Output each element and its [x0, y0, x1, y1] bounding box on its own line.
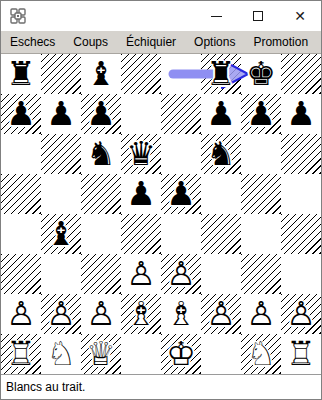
square-f2[interactable]: ♟♙ [201, 294, 241, 334]
square-d7[interactable] [121, 94, 161, 134]
square-e1[interactable]: ♚♔ [161, 334, 201, 374]
square-g2[interactable]: ♟♙ [241, 294, 281, 334]
square-c4[interactable] [81, 214, 121, 254]
piece-white-pawn[interactable]: ♟♙ [281, 294, 321, 334]
square-e2[interactable]: ♝♗ [161, 294, 201, 334]
minimize-button[interactable] [195, 1, 237, 31]
square-c6[interactable]: ♞ [81, 134, 121, 174]
square-e4[interactable] [161, 214, 201, 254]
piece-white-queen[interactable]: ♛♕ [81, 334, 121, 374]
square-f4[interactable] [201, 214, 241, 254]
piece-black-pawn[interactable]: ♟ [1, 94, 41, 134]
square-g6[interactable] [241, 134, 281, 174]
square-b3[interactable] [41, 254, 81, 294]
piece-black-knight[interactable]: ♞ [201, 134, 241, 174]
square-h2[interactable]: ♟♙ [281, 294, 321, 334]
chess-board: ♜♝♜♚♟♟♟♟♟♟♞♛♞♟♟♝♟♙♟♙♟♙♟♙♟♙♝♗♝♗♟♙♟♙♟♙♜♖♞♘… [1, 54, 321, 374]
square-a4[interactable] [1, 214, 41, 254]
square-b4[interactable]: ♝ [41, 214, 81, 254]
square-e5[interactable]: ♟ [161, 174, 201, 214]
piece-white-knight[interactable]: ♞♘ [41, 334, 81, 374]
menu-item-options[interactable]: Options [185, 31, 244, 53]
close-icon: ✕ [294, 9, 306, 23]
status-text: Blancs au trait. [6, 380, 85, 394]
square-f1[interactable] [201, 334, 241, 374]
square-a1[interactable]: ♜♖ [1, 334, 41, 374]
close-button[interactable]: ✕ [279, 1, 321, 31]
square-g1[interactable]: ♞♘ [241, 334, 281, 374]
menu-item-promotion[interactable]: Promotion [244, 31, 317, 53]
maximize-icon [253, 11, 263, 21]
square-b8[interactable] [41, 54, 81, 94]
square-d4[interactable] [121, 214, 161, 254]
eschecs-window: ✕ EschecsCoupsÉchiquierOptionsPromotion … [0, 0, 322, 400]
piece-black-rook[interactable]: ♜ [201, 54, 241, 94]
piece-white-bishop[interactable]: ♝♗ [161, 294, 201, 334]
square-d1[interactable] [121, 334, 161, 374]
piece-white-pawn[interactable]: ♟♙ [161, 254, 201, 294]
square-h4[interactable] [281, 214, 321, 254]
piece-black-bishop[interactable]: ♝ [41, 214, 81, 254]
piece-black-pawn[interactable]: ♟ [201, 94, 241, 134]
square-h6[interactable] [281, 134, 321, 174]
square-e7[interactable] [161, 94, 201, 134]
square-h8[interactable] [281, 54, 321, 94]
square-c3[interactable] [81, 254, 121, 294]
square-h5[interactable] [281, 174, 321, 214]
menu-item-echiquier[interactable]: Échiquier [117, 31, 185, 53]
piece-white-pawn[interactable]: ♟♙ [121, 254, 161, 294]
piece-black-pawn[interactable]: ♟ [241, 94, 281, 134]
square-b7[interactable]: ♟ [41, 94, 81, 134]
piece-black-queen[interactable]: ♛ [121, 134, 161, 174]
square-d6[interactable]: ♛ [121, 134, 161, 174]
square-e6[interactable] [161, 134, 201, 174]
square-a5[interactable] [1, 174, 41, 214]
piece-black-pawn[interactable]: ♟ [41, 94, 81, 134]
minimize-icon [211, 16, 222, 17]
square-b5[interactable] [41, 174, 81, 214]
chess-board-area: ♜♝♜♚♟♟♟♟♟♟♞♛♞♟♟♝♟♙♟♙♟♙♟♙♟♙♝♗♝♗♟♙♟♙♟♙♜♖♞♘… [1, 54, 321, 374]
piece-black-king[interactable]: ♚ [241, 54, 281, 94]
piece-white-rook[interactable]: ♜♖ [1, 334, 41, 374]
square-a7[interactable]: ♟ [1, 94, 41, 134]
piece-black-rook[interactable]: ♜ [1, 54, 41, 94]
square-c5[interactable] [81, 174, 121, 214]
title-bar[interactable]: ✕ [1, 1, 321, 31]
square-g8[interactable]: ♚ [241, 54, 281, 94]
status-bar: Blancs au trait. [1, 374, 321, 399]
piece-black-pawn[interactable]: ♟ [161, 174, 201, 214]
piece-white-bishop[interactable]: ♝♗ [121, 294, 161, 334]
menu-item-eschecs[interactable]: Eschecs [1, 31, 64, 53]
square-f6[interactable]: ♞ [201, 134, 241, 174]
menu-item-coups[interactable]: Coups [64, 31, 117, 53]
square-d3[interactable]: ♟♙ [121, 254, 161, 294]
square-c7[interactable]: ♟ [81, 94, 121, 134]
square-b6[interactable] [41, 134, 81, 174]
square-h1[interactable]: ♜♖ [281, 334, 321, 374]
piece-white-pawn[interactable]: ♟♙ [41, 294, 81, 334]
square-b2[interactable]: ♟♙ [41, 294, 81, 334]
square-d2[interactable]: ♝♗ [121, 294, 161, 334]
piece-white-king[interactable]: ♚♔ [161, 334, 201, 374]
piece-black-bishop[interactable]: ♝ [81, 54, 121, 94]
square-a6[interactable] [1, 134, 41, 174]
square-g7[interactable]: ♟ [241, 94, 281, 134]
square-g3[interactable] [241, 254, 281, 294]
square-c2[interactable]: ♟♙ [81, 294, 121, 334]
app-form-grid-icon [10, 8, 26, 24]
maximize-button[interactable] [237, 1, 279, 31]
square-f5[interactable] [201, 174, 241, 214]
square-g5[interactable] [241, 174, 281, 214]
piece-black-knight[interactable]: ♞ [81, 134, 121, 174]
square-e8[interactable] [161, 54, 201, 94]
piece-black-pawn[interactable]: ♟ [81, 94, 121, 134]
piece-white-pawn[interactable]: ♟♙ [81, 294, 121, 334]
square-f8[interactable]: ♜ [201, 54, 241, 94]
square-e3[interactable]: ♟♙ [161, 254, 201, 294]
square-f7[interactable]: ♟ [201, 94, 241, 134]
piece-black-pawn[interactable]: ♟ [121, 174, 161, 214]
square-a2[interactable]: ♟♙ [1, 294, 41, 334]
piece-white-pawn[interactable]: ♟♙ [1, 294, 41, 334]
square-g4[interactable] [241, 214, 281, 254]
square-h3[interactable] [281, 254, 321, 294]
square-a3[interactable] [1, 254, 41, 294]
square-c1[interactable]: ♛♕ [81, 334, 121, 374]
menu-bar: EschecsCoupsÉchiquierOptionsPromotion [1, 31, 321, 54]
piece-white-pawn[interactable]: ♟♙ [201, 294, 241, 334]
piece-white-knight[interactable]: ♞♘ [241, 334, 281, 374]
square-d8[interactable] [121, 54, 161, 94]
square-h7[interactable]: ♟ [281, 94, 321, 134]
square-a8[interactable]: ♜ [1, 54, 41, 94]
square-b1[interactable]: ♞♘ [41, 334, 81, 374]
piece-black-pawn[interactable]: ♟ [281, 94, 321, 134]
piece-white-pawn[interactable]: ♟♙ [241, 294, 281, 334]
square-d5[interactable]: ♟ [121, 174, 161, 214]
square-c8[interactable]: ♝ [81, 54, 121, 94]
square-f3[interactable] [201, 254, 241, 294]
piece-white-rook[interactable]: ♜♖ [281, 334, 321, 374]
